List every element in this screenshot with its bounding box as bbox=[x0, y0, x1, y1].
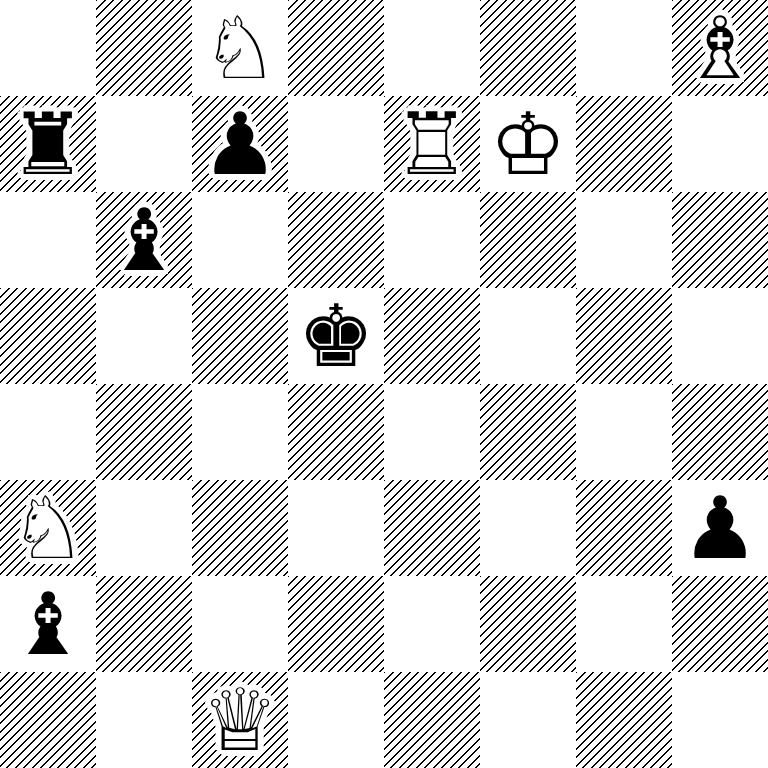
square-h1[interactable] bbox=[672, 672, 768, 768]
piece-white-rook: ♜♖ bbox=[384, 96, 480, 192]
square-h3[interactable]: ♟♟ bbox=[672, 480, 768, 576]
square-h5[interactable] bbox=[672, 288, 768, 384]
chessboard-diagram: ♞♘♝♗♜♜♟♟♜♖♚♔♝♝♚♚♞♘♟♟♝♝♛♕ bbox=[0, 0, 768, 768]
square-f1[interactable] bbox=[480, 672, 576, 768]
square-e6[interactable] bbox=[384, 192, 480, 288]
square-f3[interactable] bbox=[480, 480, 576, 576]
square-d4[interactable] bbox=[288, 384, 384, 480]
square-g6[interactable] bbox=[576, 192, 672, 288]
square-b7[interactable] bbox=[96, 96, 192, 192]
square-a1[interactable] bbox=[0, 672, 96, 768]
square-e5[interactable] bbox=[384, 288, 480, 384]
square-e4[interactable] bbox=[384, 384, 480, 480]
square-a3[interactable]: ♞♘ bbox=[0, 480, 96, 576]
square-c3[interactable] bbox=[192, 480, 288, 576]
square-h6[interactable] bbox=[672, 192, 768, 288]
square-c6[interactable] bbox=[192, 192, 288, 288]
square-f5[interactable] bbox=[480, 288, 576, 384]
square-f7[interactable]: ♚♔ bbox=[480, 96, 576, 192]
piece-white-bishop: ♝♗ bbox=[672, 0, 768, 96]
square-f6[interactable] bbox=[480, 192, 576, 288]
square-f2[interactable] bbox=[480, 576, 576, 672]
square-g5[interactable] bbox=[576, 288, 672, 384]
piece-black-king: ♚♚ bbox=[288, 288, 384, 384]
piece-glyph: ♘ bbox=[0, 480, 96, 576]
square-e8[interactable] bbox=[384, 0, 480, 96]
piece-glyph: ♕ bbox=[192, 672, 288, 768]
square-a8[interactable] bbox=[0, 0, 96, 96]
chess-board: ♞♘♝♗♜♜♟♟♜♖♚♔♝♝♚♚♞♘♟♟♝♝♛♕ bbox=[0, 0, 768, 768]
piece-glyph: ♜ bbox=[0, 96, 96, 192]
piece-black-bishop: ♝♝ bbox=[96, 192, 192, 288]
piece-glyph: ♝ bbox=[0, 576, 96, 672]
piece-glyph: ♗ bbox=[672, 0, 768, 96]
square-d8[interactable] bbox=[288, 0, 384, 96]
piece-glyph: ♟ bbox=[672, 480, 768, 576]
square-e2[interactable] bbox=[384, 576, 480, 672]
square-g8[interactable] bbox=[576, 0, 672, 96]
square-h8[interactable]: ♝♗ bbox=[672, 0, 768, 96]
square-c4[interactable] bbox=[192, 384, 288, 480]
square-b5[interactable] bbox=[96, 288, 192, 384]
square-a4[interactable] bbox=[0, 384, 96, 480]
square-b2[interactable] bbox=[96, 576, 192, 672]
square-d3[interactable] bbox=[288, 480, 384, 576]
piece-black-pawn: ♟♟ bbox=[192, 96, 288, 192]
piece-glyph: ♟ bbox=[192, 96, 288, 192]
piece-glyph: ♖ bbox=[384, 96, 480, 192]
piece-glyph: ♝ bbox=[96, 192, 192, 288]
piece-white-queen: ♛♕ bbox=[192, 672, 288, 768]
square-d1[interactable] bbox=[288, 672, 384, 768]
square-g4[interactable] bbox=[576, 384, 672, 480]
square-e3[interactable] bbox=[384, 480, 480, 576]
square-h7[interactable] bbox=[672, 96, 768, 192]
square-f8[interactable] bbox=[480, 0, 576, 96]
square-c5[interactable] bbox=[192, 288, 288, 384]
square-g3[interactable] bbox=[576, 480, 672, 576]
square-h4[interactable] bbox=[672, 384, 768, 480]
square-b8[interactable] bbox=[96, 0, 192, 96]
square-b3[interactable] bbox=[96, 480, 192, 576]
piece-glyph: ♘ bbox=[192, 0, 288, 96]
square-a6[interactable] bbox=[0, 192, 96, 288]
square-f4[interactable] bbox=[480, 384, 576, 480]
piece-glyph: ♔ bbox=[480, 96, 576, 192]
square-g7[interactable] bbox=[576, 96, 672, 192]
square-c7[interactable]: ♟♟ bbox=[192, 96, 288, 192]
square-c1[interactable]: ♛♕ bbox=[192, 672, 288, 768]
piece-white-king: ♚♔ bbox=[480, 96, 576, 192]
square-g2[interactable] bbox=[576, 576, 672, 672]
square-g1[interactable] bbox=[576, 672, 672, 768]
square-h2[interactable] bbox=[672, 576, 768, 672]
square-e7[interactable]: ♜♖ bbox=[384, 96, 480, 192]
square-a2[interactable]: ♝♝ bbox=[0, 576, 96, 672]
square-d2[interactable] bbox=[288, 576, 384, 672]
piece-white-knight: ♞♘ bbox=[0, 480, 96, 576]
square-a7[interactable]: ♜♜ bbox=[0, 96, 96, 192]
square-a5[interactable] bbox=[0, 288, 96, 384]
square-d6[interactable] bbox=[288, 192, 384, 288]
square-b4[interactable] bbox=[96, 384, 192, 480]
square-c8[interactable]: ♞♘ bbox=[192, 0, 288, 96]
piece-glyph: ♚ bbox=[288, 288, 384, 384]
square-d5[interactable]: ♚♚ bbox=[288, 288, 384, 384]
piece-black-bishop: ♝♝ bbox=[0, 576, 96, 672]
square-c2[interactable] bbox=[192, 576, 288, 672]
square-d7[interactable] bbox=[288, 96, 384, 192]
square-b6[interactable]: ♝♝ bbox=[96, 192, 192, 288]
square-b1[interactable] bbox=[96, 672, 192, 768]
piece-black-pawn: ♟♟ bbox=[672, 480, 768, 576]
piece-white-knight: ♞♘ bbox=[192, 0, 288, 96]
square-e1[interactable] bbox=[384, 672, 480, 768]
piece-black-rook: ♜♜ bbox=[0, 96, 96, 192]
